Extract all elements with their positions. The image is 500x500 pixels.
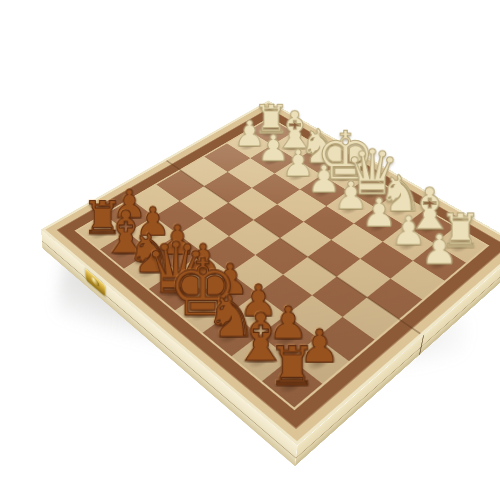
chess-board: ♜♝♞♚♛♞♝♜♟♟♟♟♟♟♟♟♜♝♞♛♚♞♝♜♟♟♟♟♟♟♟♟ [41,100,500,445]
scene: ♜♝♞♚♛♞♝♜♟♟♟♟♟♟♟♟♜♝♞♛♚♞♝♜♟♟♟♟♟♟♟♟ [0,0,500,500]
product-photo: ♜♝♞♚♛♞♝♜♟♟♟♟♟♟♟♟♜♝♞♛♚♞♝♜♟♟♟♟♟♟♟♟ [0,0,500,500]
pawn-glyph: ♟ [421,229,458,270]
clasp-hook-icon [91,275,100,288]
rook-glyph: ♜ [268,339,317,393]
